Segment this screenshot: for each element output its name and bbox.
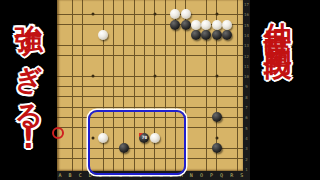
star-point (215, 13, 218, 16)
red-circle-marker (52, 127, 64, 139)
black-stone-O14[interactable] (201, 30, 211, 40)
row-label-5: 5 (245, 125, 247, 130)
white-stone-L16[interactable] (170, 9, 180, 19)
column-label-S: S (240, 172, 243, 179)
black-stone-N14[interactable] (191, 30, 201, 40)
row-label-10: 10 (244, 74, 249, 79)
row-label-12: 12 (244, 53, 249, 58)
black-stone-M15[interactable] (181, 20, 191, 30)
row-label-7: 7 (245, 105, 247, 110)
column-label-N: N (190, 172, 193, 179)
column-label-O: O (200, 172, 203, 179)
column-label-C: C (79, 172, 82, 179)
black-stone-P14[interactable] (212, 30, 222, 40)
column-label-B: B (69, 172, 72, 179)
row-label-13: 13 (244, 43, 249, 48)
analysis-highlight-box (88, 110, 186, 175)
video-frame: 強すぎる! 70 1716151413121110987654321 ABCDE… (0, 0, 320, 180)
row-label-2: 2 (245, 156, 247, 161)
white-stone-N15[interactable] (191, 20, 201, 30)
column-label-P: P (210, 172, 213, 179)
white-stone-M16[interactable] (181, 9, 191, 19)
row-label-6: 6 (245, 115, 247, 120)
column-label-Q: Q (220, 172, 223, 179)
black-stone-Q14[interactable] (222, 30, 232, 40)
column-label-A: A (58, 172, 61, 179)
left-caption: 強すぎる! (9, 2, 47, 180)
row-label-11: 11 (244, 63, 249, 68)
row-label-17: 17 (244, 2, 249, 7)
star-point (215, 136, 218, 139)
star-point (215, 75, 218, 78)
row-label-3: 3 (245, 146, 247, 151)
star-point (91, 13, 94, 16)
star-point (153, 13, 156, 16)
row-label-14: 14 (244, 32, 249, 37)
black-stone-P3[interactable] (212, 143, 222, 153)
white-stone-P15[interactable] (212, 20, 222, 30)
white-stone-E14[interactable] (98, 30, 108, 40)
row-label-4: 4 (245, 135, 247, 140)
row-label-8: 8 (245, 94, 247, 99)
right-caption: 仲邑菫初段 (258, 1, 296, 180)
black-stone-L15[interactable] (170, 20, 180, 30)
column-label-R: R (230, 172, 233, 179)
row-label-16: 16 (244, 12, 249, 17)
row-label-15: 15 (244, 22, 249, 27)
star-point (153, 75, 156, 78)
white-stone-O15[interactable] (201, 20, 211, 30)
star-point (91, 75, 94, 78)
white-stone-Q15[interactable] (222, 20, 232, 30)
black-stone-P6[interactable] (212, 112, 222, 122)
row-coordinates: 1716151413121110987654321 (243, 0, 250, 171)
row-label-9: 9 (245, 84, 247, 89)
